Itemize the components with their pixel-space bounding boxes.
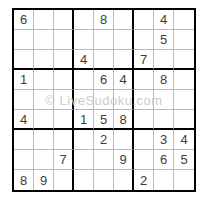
sudoku-board: 684547164841582347965892 [12, 8, 196, 192]
sudoku-cell-r5c9[interactable] [174, 90, 194, 110]
sudoku-cell-r9c7[interactable]: 2 [134, 170, 154, 190]
sudoku-cell-r3c7[interactable]: 7 [134, 50, 154, 70]
sudoku-cell-r3c4[interactable]: 4 [74, 50, 94, 70]
sudoku-cell-r6c6[interactable]: 8 [114, 110, 134, 130]
sudoku-cell-r4c6[interactable]: 4 [114, 70, 134, 90]
sudoku-cell-r9c8[interactable] [154, 170, 174, 190]
sudoku-cell-r1c1[interactable]: 6 [14, 10, 34, 30]
sudoku-cell-r5c6[interactable] [114, 90, 134, 110]
sudoku-cell-r4c1[interactable]: 1 [14, 70, 34, 90]
sudoku-cell-r7c8[interactable]: 3 [154, 130, 174, 150]
sudoku-cell-r8c3[interactable]: 7 [54, 150, 74, 170]
sudoku-cell-r9c9[interactable] [174, 170, 194, 190]
sudoku-cell-r3c8[interactable] [154, 50, 174, 70]
sudoku-cell-r8c5[interactable] [94, 150, 114, 170]
sudoku-cell-r1c3[interactable] [54, 10, 74, 30]
sudoku-cell-r1c4[interactable] [74, 10, 94, 30]
sudoku-cell-r8c9[interactable]: 5 [174, 150, 194, 170]
sudoku-cell-r3c6[interactable] [114, 50, 134, 70]
sudoku-cell-r7c4[interactable] [74, 130, 94, 150]
sudoku-cell-r7c7[interactable] [134, 130, 154, 150]
sudoku-cell-r7c3[interactable] [54, 130, 74, 150]
sudoku-cell-r9c6[interactable] [114, 170, 134, 190]
sudoku-cell-r9c5[interactable] [94, 170, 114, 190]
sudoku-cell-r1c6[interactable] [114, 10, 134, 30]
sudoku-cell-r7c2[interactable] [34, 130, 54, 150]
sudoku-cell-r5c5[interactable] [94, 90, 114, 110]
sudoku-cell-r3c2[interactable] [34, 50, 54, 70]
sudoku-cell-r1c2[interactable] [34, 10, 54, 30]
sudoku-cell-r2c5[interactable] [94, 30, 114, 50]
sudoku-cell-r9c4[interactable] [74, 170, 94, 190]
sudoku-cell-r7c6[interactable] [114, 130, 134, 150]
sudoku-cell-r4c4[interactable] [74, 70, 94, 90]
sudoku-cell-r6c4[interactable]: 1 [74, 110, 94, 130]
sudoku-cell-r6c2[interactable] [34, 110, 54, 130]
sudoku-cell-r1c9[interactable] [174, 10, 194, 30]
sudoku-cell-r4c2[interactable] [34, 70, 54, 90]
sudoku-screen: 684547164841582347965892 © LiveSudoku.co… [0, 0, 200, 200]
sudoku-cell-r2c8[interactable]: 5 [154, 30, 174, 50]
sudoku-cell-r3c3[interactable] [54, 50, 74, 70]
sudoku-cell-r6c9[interactable] [174, 110, 194, 130]
sudoku-cell-r1c8[interactable]: 4 [154, 10, 174, 30]
sudoku-cell-r2c7[interactable] [134, 30, 154, 50]
sudoku-cell-r2c4[interactable] [74, 30, 94, 50]
sudoku-cell-r8c4[interactable] [74, 150, 94, 170]
sudoku-cell-r8c7[interactable] [134, 150, 154, 170]
sudoku-cell-r6c5[interactable]: 5 [94, 110, 114, 130]
sudoku-cell-r5c2[interactable] [34, 90, 54, 110]
sudoku-cell-r7c1[interactable] [14, 130, 34, 150]
sudoku-cell-r4c5[interactable]: 6 [94, 70, 114, 90]
sudoku-cell-r2c6[interactable] [114, 30, 134, 50]
sudoku-cell-r5c1[interactable] [14, 90, 34, 110]
board-wrap: 684547164841582347965892 © LiveSudoku.co… [12, 8, 196, 192]
sudoku-cell-r6c1[interactable]: 4 [14, 110, 34, 130]
sudoku-cell-r6c8[interactable] [154, 110, 174, 130]
sudoku-cell-r5c8[interactable] [154, 90, 174, 110]
sudoku-cell-r8c1[interactable] [14, 150, 34, 170]
sudoku-cell-r3c1[interactable] [14, 50, 34, 70]
sudoku-cell-r1c5[interactable]: 8 [94, 10, 114, 30]
sudoku-cell-r6c7[interactable] [134, 110, 154, 130]
sudoku-cell-r4c7[interactable] [134, 70, 154, 90]
sudoku-cell-r2c3[interactable] [54, 30, 74, 50]
sudoku-cell-r4c8[interactable]: 8 [154, 70, 174, 90]
sudoku-cell-r8c8[interactable]: 6 [154, 150, 174, 170]
sudoku-cell-r2c9[interactable] [174, 30, 194, 50]
sudoku-cell-r2c2[interactable] [34, 30, 54, 50]
sudoku-cell-r8c2[interactable] [34, 150, 54, 170]
sudoku-cell-r5c3[interactable] [54, 90, 74, 110]
sudoku-cell-r4c3[interactable] [54, 70, 74, 90]
sudoku-cell-r3c5[interactable] [94, 50, 114, 70]
sudoku-cell-r4c9[interactable] [174, 70, 194, 90]
sudoku-cell-r7c5[interactable]: 2 [94, 130, 114, 150]
sudoku-cell-r9c2[interactable]: 9 [34, 170, 54, 190]
sudoku-cell-r5c7[interactable] [134, 90, 154, 110]
sudoku-cell-r9c3[interactable] [54, 170, 74, 190]
sudoku-cell-r5c4[interactable] [74, 90, 94, 110]
sudoku-cell-r6c3[interactable] [54, 110, 74, 130]
sudoku-cell-r9c1[interactable]: 8 [14, 170, 34, 190]
sudoku-cell-r8c6[interactable]: 9 [114, 150, 134, 170]
sudoku-cell-r1c7[interactable] [134, 10, 154, 30]
sudoku-cell-r2c1[interactable] [14, 30, 34, 50]
sudoku-cell-r3c9[interactable] [174, 50, 194, 70]
sudoku-cell-r7c9[interactable]: 4 [174, 130, 194, 150]
